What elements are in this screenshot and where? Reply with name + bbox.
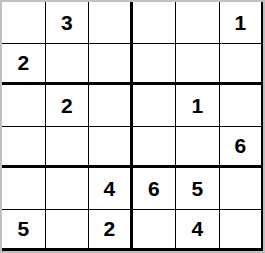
- cell-r1c1[interactable]: [2, 2, 46, 44]
- given-digit: 1: [234, 12, 246, 33]
- cell-r5c3[interactable]: 4: [89, 168, 133, 210]
- cell-r1c3[interactable]: [89, 2, 133, 44]
- cell-r5c1[interactable]: [2, 168, 46, 210]
- cell-r6c3[interactable]: 2: [89, 210, 133, 252]
- cell-r3c4[interactable]: [133, 85, 177, 127]
- cell-r3c6[interactable]: [220, 85, 264, 127]
- sudoku-board: 312216465524: [0, 0, 265, 253]
- cell-r5c5[interactable]: 5: [176, 168, 220, 210]
- cell-r1c2[interactable]: 3: [46, 2, 90, 44]
- cell-r4c5[interactable]: [176, 127, 220, 169]
- given-digit: 2: [103, 218, 115, 239]
- sudoku-grid: 312216465524: [2, 2, 263, 251]
- cell-r3c3[interactable]: [89, 85, 133, 127]
- cell-r1c5[interactable]: [176, 2, 220, 44]
- given-digit: 4: [103, 178, 115, 199]
- cell-r3c1[interactable]: [2, 85, 46, 127]
- cell-r4c6[interactable]: 6: [220, 127, 264, 169]
- cell-r1c6[interactable]: 1: [220, 2, 264, 44]
- cell-r5c6[interactable]: [220, 168, 264, 210]
- cell-r6c5[interactable]: 4: [176, 210, 220, 252]
- cell-r1c4[interactable]: [133, 2, 177, 44]
- cell-r6c4[interactable]: [133, 210, 177, 252]
- cell-r2c1[interactable]: 2: [2, 44, 46, 86]
- cell-r4c4[interactable]: [133, 127, 177, 169]
- given-digit: 1: [191, 95, 203, 116]
- given-digit: 6: [148, 178, 160, 199]
- cell-r5c4[interactable]: 6: [133, 168, 177, 210]
- cell-r5c2[interactable]: [46, 168, 90, 210]
- given-digit: 5: [191, 178, 203, 199]
- cell-r6c6[interactable]: [220, 210, 264, 252]
- cell-r6c1[interactable]: 5: [2, 210, 46, 252]
- cell-r2c3[interactable]: [89, 44, 133, 86]
- cell-r3c2[interactable]: 2: [46, 85, 90, 127]
- given-digit: 2: [61, 95, 73, 116]
- cell-r2c4[interactable]: [133, 44, 177, 86]
- given-digit: 5: [17, 218, 29, 239]
- given-digit: 6: [234, 135, 246, 156]
- cell-r3c5[interactable]: 1: [176, 85, 220, 127]
- cell-r6c2[interactable]: [46, 210, 90, 252]
- cell-r2c6[interactable]: [220, 44, 264, 86]
- cell-r2c2[interactable]: [46, 44, 90, 86]
- cell-r4c2[interactable]: [46, 127, 90, 169]
- cell-r4c3[interactable]: [89, 127, 133, 169]
- given-digit: 2: [17, 52, 29, 73]
- cell-r2c5[interactable]: [176, 44, 220, 86]
- cell-r4c1[interactable]: [2, 127, 46, 169]
- given-digit: 3: [61, 12, 73, 33]
- given-digit: 4: [191, 218, 203, 239]
